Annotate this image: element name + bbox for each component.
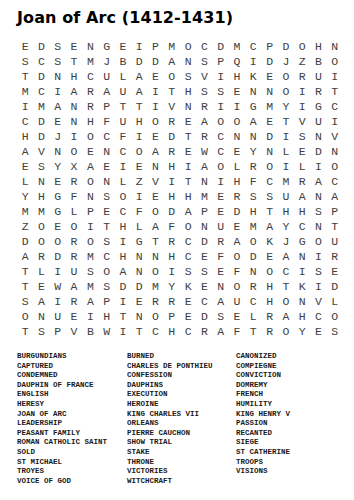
grid-cell-r2c16: D xyxy=(261,54,277,69)
grid-cell-r14c12: D xyxy=(196,234,212,249)
grid-cell-r20c13: A xyxy=(213,324,229,339)
grid-cell-r18c18: N xyxy=(294,294,310,309)
grid-cell-r5c19: G xyxy=(310,99,326,114)
grid-cell-r15c18: N xyxy=(294,249,310,264)
grid-cell-r7c5: O xyxy=(82,129,98,144)
grid-cell-r5c3: A xyxy=(50,99,66,114)
grid-cell-r8c5: E xyxy=(82,144,98,159)
grid-cell-r5c5: R xyxy=(82,99,98,114)
grid-cell-r18c10: R xyxy=(164,294,180,309)
word-list-item: VICTORIES xyxy=(127,467,236,477)
grid-cell-r1c20: N xyxy=(327,39,343,54)
grid-cell-r4c14: E xyxy=(229,84,245,99)
grid-cell-r14c4: R xyxy=(66,234,82,249)
word-list-item: PASSION xyxy=(236,419,354,429)
word-list-item: BURGUNDIANS xyxy=(17,352,127,362)
grid-cell-r13c6: T xyxy=(98,219,114,234)
grid-cell-r2c20: O xyxy=(327,54,343,69)
grid-cell-r11c10: H xyxy=(164,189,180,204)
grid-cell-r4c11: H xyxy=(180,84,196,99)
grid-cell-r3c14: H xyxy=(229,69,245,84)
grid-cell-r5c18: I xyxy=(294,99,310,114)
word-list: BURGUNDIANSCAPTUREDCONDEMNEDDAUPHIN OF F… xyxy=(17,352,354,486)
grid-cell-r3c12: V xyxy=(196,69,212,84)
grid-cell-r4c15: N xyxy=(245,84,261,99)
word-list-column-1: BURGUNDIANSCAPTUREDCONDEMNEDDAUPHIN OF F… xyxy=(17,352,127,486)
grid-cell-r7c14: N xyxy=(229,129,245,144)
grid-cell-r15c8: N xyxy=(131,249,147,264)
grid-cell-r9c17: I xyxy=(278,159,294,174)
grid-cell-r12c13: E xyxy=(213,204,229,219)
grid-cell-r5c17: Y xyxy=(278,99,294,114)
grid-cell-r20c14: F xyxy=(229,324,245,339)
grid-cell-r11c1: Y xyxy=(17,189,33,204)
grid-cell-r3c5: C xyxy=(82,69,98,84)
grid-cell-r8c11: E xyxy=(180,144,196,159)
grid-cell-r3c7: L xyxy=(115,69,131,84)
grid-cell-r9c12: A xyxy=(196,159,212,174)
grid-cell-r11c7: O xyxy=(115,189,131,204)
grid-cell-r7c12: R xyxy=(196,129,212,144)
grid-cell-r6c8: H xyxy=(131,114,147,129)
word-list-item: CHARLES DE PONTHIEU xyxy=(127,362,236,372)
grid-cell-r8c17: L xyxy=(278,144,294,159)
grid-cell-r1c1: E xyxy=(17,39,33,54)
grid-cell-r2c19: B xyxy=(310,54,326,69)
grid-cell-r14c6: S xyxy=(98,234,114,249)
grid-cell-r7c10: D xyxy=(164,129,180,144)
grid-cell-r16c14: F xyxy=(229,264,245,279)
grid-cell-r8c4: O xyxy=(66,144,82,159)
worksheet-page: Joan of Arc (1412-1431) EDSENGEIPMOCDMCP… xyxy=(0,0,354,486)
grid-cell-r16c13: E xyxy=(213,264,229,279)
grid-cell-r16c16: O xyxy=(261,264,277,279)
grid-cell-r15c13: F xyxy=(213,249,229,264)
grid-cell-r13c3: E xyxy=(50,219,66,234)
grid-cell-r15c16: E xyxy=(261,249,277,264)
grid-cell-r17c11: K xyxy=(180,279,196,294)
grid-cell-r6c18: V xyxy=(294,114,310,129)
grid-cell-r15c19: I xyxy=(310,249,326,264)
grid-cell-r20c20: S xyxy=(327,324,343,339)
grid-cell-r2c4: T xyxy=(66,54,82,69)
word-list-item: HUMILITY xyxy=(236,400,354,410)
grid-cell-r9c6: E xyxy=(98,159,114,174)
grid-cell-r7c19: N xyxy=(310,129,326,144)
grid-cell-r8c19: D xyxy=(310,144,326,159)
word-list-item: LEADERSHIP xyxy=(17,419,127,429)
grid-cell-r10c10: I xyxy=(164,174,180,189)
grid-cell-r3c20: I xyxy=(327,69,343,84)
word-list-item: HEROINE xyxy=(127,400,236,410)
grid-cell-r1c5: N xyxy=(82,39,98,54)
grid-cell-r7c2: D xyxy=(33,129,49,144)
grid-cell-r11c9: E xyxy=(147,189,163,204)
grid-cell-r1c8: I xyxy=(131,39,147,54)
grid-cell-r3c6: U xyxy=(98,69,114,84)
grid-cell-r17c10: Y xyxy=(164,279,180,294)
grid-cell-r8c18: E xyxy=(294,144,310,159)
grid-cell-r16c17: C xyxy=(278,264,294,279)
grid-cell-r17c17: T xyxy=(278,279,294,294)
grid-cell-r2c2: C xyxy=(33,54,49,69)
grid-cell-r4c9: I xyxy=(147,84,163,99)
grid-cell-r7c4: I xyxy=(66,129,82,144)
grid-cell-r19c5: I xyxy=(82,309,98,324)
word-list-item: COMPIEGNE xyxy=(236,362,354,372)
grid-cell-r13c9: A xyxy=(147,219,163,234)
grid-cell-r9c3: Y xyxy=(50,159,66,174)
grid-cell-r11c19: N xyxy=(310,189,326,204)
grid-cell-r7c20: V xyxy=(327,129,343,144)
grid-cell-r7c3: J xyxy=(50,129,66,144)
grid-cell-r14c18: G xyxy=(294,234,310,249)
grid-cell-r13c12: N xyxy=(196,219,212,234)
grid-cell-r19c16: R xyxy=(261,309,277,324)
grid-cell-r17c8: D xyxy=(131,279,147,294)
grid-cell-r8c15: Y xyxy=(245,144,261,159)
grid-cell-r15c9: N xyxy=(147,249,163,264)
grid-cell-r9c5: A xyxy=(82,159,98,174)
grid-cell-r1c10: M xyxy=(164,39,180,54)
grid-cell-r1c7: E xyxy=(115,39,131,54)
grid-cell-r13c8: L xyxy=(131,219,147,234)
grid-cell-r9c20: O xyxy=(327,159,343,174)
grid-cell-r9c10: H xyxy=(164,159,180,174)
grid-cell-r11c5: N xyxy=(82,189,98,204)
grid-cell-r5c15: G xyxy=(245,99,261,114)
grid-cell-r7c13: C xyxy=(213,129,229,144)
grid-cell-r12c10: D xyxy=(164,204,180,219)
grid-cell-r5c11: N xyxy=(180,99,196,114)
grid-cell-r13c14: E xyxy=(229,219,245,234)
grid-cell-r20c17: O xyxy=(278,324,294,339)
grid-cell-r10c17: M xyxy=(278,174,294,189)
grid-cell-r10c19: A xyxy=(310,174,326,189)
grid-cell-r20c2: S xyxy=(33,324,49,339)
grid-cell-r10c20: C xyxy=(327,174,343,189)
grid-cell-r12c5: P xyxy=(82,204,98,219)
grid-cell-r8c6: N xyxy=(98,144,114,159)
grid-cell-r11c3: G xyxy=(50,189,66,204)
grid-cell-r6c12: A xyxy=(196,114,212,129)
grid-cell-r20c8: T xyxy=(131,324,147,339)
grid-cell-r8c9: A xyxy=(147,144,163,159)
grid-cell-r19c19: C xyxy=(310,309,326,324)
word-list-item: ORLEANS xyxy=(127,419,236,429)
grid-cell-r6c10: R xyxy=(164,114,180,129)
word-list-item: KING HENRY V xyxy=(236,410,354,420)
grid-cell-r9c9: N xyxy=(147,159,163,174)
grid-cell-r16c1: T xyxy=(17,264,33,279)
grid-cell-r6c11: E xyxy=(180,114,196,129)
grid-cell-r6c20: I xyxy=(327,114,343,129)
grid-cell-r10c6: N xyxy=(98,174,114,189)
grid-cell-r17c19: I xyxy=(310,279,326,294)
word-list-item: THRONE xyxy=(127,458,236,468)
word-list-item: VOICE OF GOD xyxy=(17,477,127,487)
grid-cell-r19c14: E xyxy=(229,309,245,324)
grid-cell-r7c1: H xyxy=(17,129,33,144)
grid-cell-r10c4: R xyxy=(66,174,82,189)
grid-cell-r7c9: E xyxy=(147,129,163,144)
grid-cell-r10c1: L xyxy=(17,174,33,189)
grid-cell-r12c7: C xyxy=(115,204,131,219)
grid-cell-r10c8: Z xyxy=(131,174,147,189)
grid-cell-r7c18: S xyxy=(294,129,310,144)
grid-cell-r1c12: C xyxy=(196,39,212,54)
grid-cell-r8c7: C xyxy=(115,144,131,159)
grid-cell-r14c20: U xyxy=(327,234,343,249)
grid-cell-r9c19: I xyxy=(310,159,326,174)
grid-cell-r5c10: V xyxy=(164,99,180,114)
grid-cell-r16c10: I xyxy=(164,264,180,279)
grid-cell-r20c19: E xyxy=(310,324,326,339)
grid-cell-r20c15: T xyxy=(245,324,261,339)
grid-cell-r1c4: E xyxy=(66,39,82,54)
grid-cell-r5c20: C xyxy=(327,99,343,114)
grid-cell-r8c20: N xyxy=(327,144,343,159)
grid-cell-r12c18: H xyxy=(294,204,310,219)
grid-cell-r4c1: M xyxy=(17,84,33,99)
grid-cell-r19c8: N xyxy=(131,309,147,324)
grid-cell-r2c7: B xyxy=(115,54,131,69)
grid-cell-r17c12: E xyxy=(196,279,212,294)
grid-cell-r19c7: T xyxy=(115,309,131,324)
grid-cell-r14c5: O xyxy=(82,234,98,249)
grid-cell-r16c15: N xyxy=(245,264,261,279)
grid-cell-r4c13: S xyxy=(213,84,229,99)
word-list-item: PIERRE CAUCHON xyxy=(127,429,236,439)
grid-cell-r18c1: S xyxy=(17,294,33,309)
word-list-item: CAPTURED xyxy=(17,362,127,372)
grid-cell-r16c2: L xyxy=(33,264,49,279)
grid-cell-r2c6: J xyxy=(98,54,114,69)
grid-cell-r8c8: O xyxy=(131,144,147,159)
grid-cell-r12c9: O xyxy=(147,204,163,219)
grid-cell-r15c7: H xyxy=(115,249,131,264)
grid-cell-r6c5: H xyxy=(82,114,98,129)
grid-cell-r1c6: G xyxy=(98,39,114,54)
grid-cell-r4c20: T xyxy=(327,84,343,99)
grid-cell-r10c7: L xyxy=(115,174,131,189)
grid-cell-r8c1: A xyxy=(17,144,33,159)
grid-cell-r9c13: O xyxy=(213,159,229,174)
grid-cell-r3c3: N xyxy=(50,69,66,84)
grid-cell-r14c14: A xyxy=(229,234,245,249)
grid-cell-r15c4: R xyxy=(66,249,82,264)
grid-cell-r1c9: P xyxy=(147,39,163,54)
grid-cell-r19c18: H xyxy=(294,309,310,324)
grid-cell-r9c1: E xyxy=(17,159,33,174)
grid-cell-r4c8: A xyxy=(131,84,147,99)
grid-cell-r1c14: M xyxy=(229,39,245,54)
grid-cell-r20c3: P xyxy=(50,324,66,339)
grid-cell-r19c11: E xyxy=(180,309,196,324)
grid-cell-r2c13: P xyxy=(213,54,229,69)
grid-cell-r18c13: A xyxy=(213,294,229,309)
grid-cell-r17c3: W xyxy=(50,279,66,294)
grid-cell-r15c20: R xyxy=(327,249,343,264)
grid-cell-r15c6: C xyxy=(98,249,114,264)
grid-cell-r6c16: E xyxy=(261,114,277,129)
grid-cell-r17c13: N xyxy=(213,279,229,294)
grid-cell-r2c18: Z xyxy=(294,54,310,69)
grid-cell-r9c16: O xyxy=(261,159,277,174)
grid-cell-r13c1: Z xyxy=(17,219,33,234)
grid-cell-r12c2: M xyxy=(33,204,49,219)
puzzle-title: Joan of Arc (1412-1431) xyxy=(17,8,354,27)
grid-cell-r16c20: E xyxy=(327,264,343,279)
grid-cell-r11c13: E xyxy=(213,189,229,204)
grid-cell-r5c8: T xyxy=(131,99,147,114)
grid-cell-r18c12: C xyxy=(196,294,212,309)
grid-cell-r4c3: I xyxy=(50,84,66,99)
grid-cell-r1c15: C xyxy=(245,39,261,54)
grid-cell-r13c16: A xyxy=(261,219,277,234)
grid-cell-r11c20: A xyxy=(327,189,343,204)
grid-cell-r4c6: A xyxy=(98,84,114,99)
grid-cell-r16c6: O xyxy=(98,264,114,279)
grid-cell-r3c8: A xyxy=(131,69,147,84)
word-list-item: EXECUTION xyxy=(127,390,236,400)
grid-cell-r2c9: D xyxy=(147,54,163,69)
grid-cell-r13c20: T xyxy=(327,219,343,234)
grid-cell-r14c7: I xyxy=(115,234,131,249)
word-list-item: CONVICTION xyxy=(236,371,354,381)
grid-cell-r16c8: N xyxy=(131,264,147,279)
grid-cell-r8c2: V xyxy=(33,144,49,159)
grid-cell-r10c13: I xyxy=(213,174,229,189)
grid-cell-r12c20: P xyxy=(327,204,343,219)
grid-cell-r4c19: R xyxy=(310,84,326,99)
word-list-item: VISIONS xyxy=(236,467,354,477)
grid-cell-r8c3: N xyxy=(50,144,66,159)
grid-cell-r6c2: D xyxy=(33,114,49,129)
grid-cell-r6c15: A xyxy=(245,114,261,129)
grid-cell-r20c5: B xyxy=(82,324,98,339)
grid-cell-r1c19: H xyxy=(310,39,326,54)
letter-grid: EDSENGEIPMOCDMCPDOHNSCSTMJBDDANSPQIDJZBO… xyxy=(17,39,354,339)
grid-cell-r5c7: T xyxy=(115,99,131,114)
grid-cell-r11c4: F xyxy=(66,189,82,204)
grid-cell-r12c8: F xyxy=(131,204,147,219)
word-list-item: CANONIZED xyxy=(236,352,354,362)
grid-cell-r12c12: P xyxy=(196,204,212,219)
grid-cell-r5c12: R xyxy=(196,99,212,114)
grid-cell-r7c11: T xyxy=(180,129,196,144)
grid-cell-r18c6: P xyxy=(98,294,114,309)
grid-cell-r7c6: C xyxy=(98,129,114,144)
grid-cell-r17c14: O xyxy=(229,279,245,294)
grid-cell-r15c17: A xyxy=(278,249,294,264)
grid-cell-r13c10: F xyxy=(164,219,180,234)
grid-cell-r20c10: H xyxy=(164,324,180,339)
grid-cell-r18c19: V xyxy=(310,294,326,309)
word-list-item: RECANTED xyxy=(236,429,354,439)
grid-cell-r11c11: H xyxy=(180,189,196,204)
grid-cell-r10c18: R xyxy=(294,174,310,189)
grid-cell-r13c11: O xyxy=(180,219,196,234)
grid-cell-r11c16: S xyxy=(261,189,277,204)
grid-cell-r17c5: M xyxy=(82,279,98,294)
grid-cell-r1c2: D xyxy=(33,39,49,54)
grid-cell-r14c11: C xyxy=(180,234,196,249)
grid-cell-r18c2: A xyxy=(33,294,49,309)
grid-cell-r12c15: H xyxy=(245,204,261,219)
grid-cell-r2c8: D xyxy=(131,54,147,69)
word-list-item: SHOW TRIAL xyxy=(127,438,236,448)
grid-cell-r4c16: N xyxy=(261,84,277,99)
grid-cell-r19c15: L xyxy=(245,309,261,324)
word-list-item: WITCHCRAFT xyxy=(127,477,236,487)
grid-cell-r1c16: P xyxy=(261,39,277,54)
grid-cell-r2c1: S xyxy=(17,54,33,69)
grid-cell-r18c15: C xyxy=(245,294,261,309)
grid-cell-r20c12: R xyxy=(196,324,212,339)
grid-cell-r5c4: N xyxy=(66,99,82,114)
grid-cell-r6c4: N xyxy=(66,114,82,129)
grid-cell-r4c2: C xyxy=(33,84,49,99)
grid-cell-r19c10: P xyxy=(164,309,180,324)
grid-cell-r18c14: U xyxy=(229,294,245,309)
grid-cell-r13c4: O xyxy=(66,219,82,234)
grid-cell-r5c9: I xyxy=(147,99,163,114)
grid-cell-r3c19: U xyxy=(310,69,326,84)
grid-cell-r11c18: A xyxy=(294,189,310,204)
word-list-item: TROOPS xyxy=(236,458,354,468)
grid-cell-r12c4: L xyxy=(66,204,82,219)
grid-cell-r16c12: S xyxy=(196,264,212,279)
grid-cell-r10c5: O xyxy=(82,174,98,189)
grid-cell-r5c16: M xyxy=(261,99,277,114)
word-list-item: STAKE xyxy=(127,448,236,458)
grid-cell-r14c15: O xyxy=(245,234,261,249)
grid-cell-r10c16: C xyxy=(261,174,277,189)
grid-cell-r11c2: H xyxy=(33,189,49,204)
grid-cell-r17c7: D xyxy=(115,279,131,294)
grid-cell-r5c6: P xyxy=(98,99,114,114)
grid-cell-r15c14: O xyxy=(229,249,245,264)
grid-cell-r18c20: L xyxy=(327,294,343,309)
grid-cell-r3c2: D xyxy=(33,69,49,84)
grid-cell-r12c6: E xyxy=(98,204,114,219)
grid-cell-r8c13: C xyxy=(213,144,229,159)
grid-cell-r5c2: M xyxy=(33,99,49,114)
grid-cell-r5c14: I xyxy=(229,99,245,114)
grid-cell-r10c14: H xyxy=(229,174,245,189)
grid-cell-r14c2: O xyxy=(33,234,49,249)
grid-cell-r19c13: S xyxy=(213,309,229,324)
word-list-item: FRENCH xyxy=(236,390,354,400)
grid-cell-r12c14: D xyxy=(229,204,245,219)
grid-cell-r15c5: M xyxy=(82,249,98,264)
grid-cell-r9c4: X xyxy=(66,159,82,174)
grid-cell-r20c7: I xyxy=(115,324,131,339)
grid-cell-r12c16: T xyxy=(261,204,277,219)
grid-cell-r3c9: E xyxy=(147,69,163,84)
word-list-item: DAUPHIN OF FRANCE xyxy=(17,381,127,391)
grid-cell-r12c17: H xyxy=(278,204,294,219)
word-list-item: ENGLISH xyxy=(17,390,127,400)
grid-cell-r19c9: O xyxy=(147,309,163,324)
grid-cell-r12c19: S xyxy=(310,204,326,219)
grid-cell-r12c3: G xyxy=(50,204,66,219)
grid-cell-r3c18: R xyxy=(294,69,310,84)
grid-cell-r13c5: I xyxy=(82,219,98,234)
grid-cell-r17c16: H xyxy=(261,279,277,294)
grid-cell-r2c17: J xyxy=(278,54,294,69)
